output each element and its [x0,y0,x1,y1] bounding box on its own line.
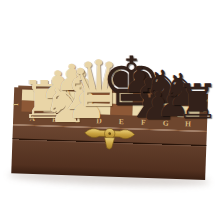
chess-set-product-photo: ABCDEFGH 1 2 1 [0,0,220,220]
black-rook: ♜ [176,77,219,125]
pieces-layer: ♜♟♞♟♝♟♛♚♟♝♞♟♟♞♜ [0,0,220,220]
